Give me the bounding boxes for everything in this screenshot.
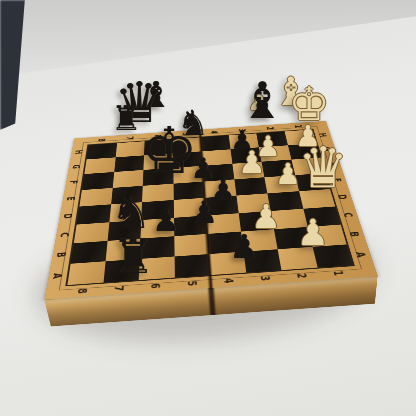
file-label-right-C: C <box>330 209 366 221</box>
file-label-right-A: A <box>342 248 381 261</box>
piece-white-pawn-a3[interactable]: ♟ <box>297 215 329 251</box>
piece-black-pawn-b7[interactable]: ♟ <box>152 205 180 236</box>
piece-black-bishop-g3[interactable]: ♝ <box>240 76 285 126</box>
piece-black-rook-a8[interactable]: ♜ <box>111 232 154 280</box>
piece-black-pawn-a5[interactable]: ♟ <box>229 230 259 263</box>
piece-black-rook-g8[interactable]: ♜ <box>111 101 141 135</box>
piece-white-queen-c1[interactable]: ♛ <box>298 140 348 196</box>
rank-label-bottom-4: 4 <box>219 269 240 293</box>
rank-label-bottom-3: 3 <box>254 266 276 290</box>
rank-label-top-8: 8 <box>94 133 110 148</box>
file-label-right-B: B <box>336 228 374 241</box>
wall-band <box>0 0 416 90</box>
piece-white-pawn-d4[interactable]: ♟ <box>238 147 266 178</box>
photo-stage: HGFEDCBA HGFEDCBA 87654321 87654321 ♝♝♟♝… <box>0 0 416 416</box>
rank-label-bottom-8: 8 <box>72 279 94 303</box>
rank-label-bottom-5: 5 <box>183 271 203 295</box>
piece-black-king-d7[interactable]: ♚ <box>140 119 197 183</box>
rank-label-top-4: 4 <box>206 125 222 139</box>
piece-black-pawn-b6[interactable]: ♟ <box>190 197 218 228</box>
